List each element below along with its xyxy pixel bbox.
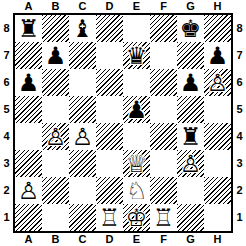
square-e7[interactable]: ♛	[123, 42, 150, 69]
square-b8[interactable]	[42, 15, 69, 42]
file-label-D: D	[96, 233, 123, 246]
square-e6[interactable]	[123, 69, 150, 96]
square-d4[interactable]	[96, 123, 123, 150]
file-label-A: A	[15, 233, 42, 246]
rank-label-3: 3	[233, 150, 246, 177]
rank-label-2: 2	[0, 177, 13, 204]
file-label-H: H	[204, 233, 231, 246]
rank-labels-right: 87654321	[233, 13, 246, 233]
file-label-G: G	[177, 233, 204, 246]
black-pawn[interactable]: ♟	[18, 71, 40, 95]
square-c5[interactable]	[69, 96, 96, 123]
file-labels-top: ABCDEFGH	[15, 0, 246, 13]
rank-label-5: 5	[0, 96, 13, 123]
file-label-A: A	[15, 0, 42, 13]
rank-label-6: 6	[233, 69, 246, 96]
square-g7[interactable]	[177, 42, 204, 69]
white-knight[interactable]: ♘	[126, 179, 148, 203]
square-h3[interactable]	[204, 150, 231, 177]
square-b7[interactable]: ♟	[42, 42, 69, 69]
square-c2[interactable]	[69, 177, 96, 204]
file-label-F: F	[150, 0, 177, 13]
square-f6[interactable]	[150, 69, 177, 96]
square-g1[interactable]	[177, 204, 204, 231]
square-e1[interactable]: ♔	[123, 204, 150, 231]
square-e2[interactable]: ♘	[123, 177, 150, 204]
black-king[interactable]: ♚	[180, 17, 202, 41]
file-label-B: B	[42, 0, 69, 13]
rank-label-1: 1	[233, 204, 246, 231]
square-g5[interactable]	[177, 96, 204, 123]
square-d6[interactable]	[96, 69, 123, 96]
square-d2[interactable]	[96, 177, 123, 204]
white-pawn[interactable]: ♙	[180, 152, 202, 176]
white-pawn[interactable]: ♙	[18, 179, 40, 203]
black-pawn[interactable]: ♟	[126, 98, 148, 122]
square-a2[interactable]: ♙	[15, 177, 42, 204]
rank-label-7: 7	[233, 42, 246, 69]
square-d8[interactable]	[96, 15, 123, 42]
square-g6[interactable]: ♟	[177, 69, 204, 96]
square-d1[interactable]: ♖	[96, 204, 123, 231]
file-label-B: B	[42, 233, 69, 246]
square-a7[interactable]	[15, 42, 42, 69]
file-label-E: E	[123, 0, 150, 13]
rank-label-4: 4	[233, 123, 246, 150]
square-c7[interactable]	[69, 42, 96, 69]
file-label-H: H	[204, 0, 231, 13]
white-pawn[interactable]: ♙	[45, 125, 67, 149]
square-d7[interactable]	[96, 42, 123, 69]
white-king[interactable]: ♔	[126, 206, 148, 230]
white-queen[interactable]: ♕	[126, 152, 148, 176]
square-h1[interactable]	[204, 204, 231, 231]
file-label-G: G	[177, 0, 204, 13]
square-f3[interactable]	[150, 150, 177, 177]
square-b6[interactable]	[42, 69, 69, 96]
rank-label-8: 8	[0, 15, 13, 42]
square-a3[interactable]	[15, 150, 42, 177]
black-pawn[interactable]: ♟	[180, 71, 202, 95]
rank-label-5: 5	[233, 96, 246, 123]
file-labels-bottom: ABCDEFGH	[15, 233, 246, 246]
file-label-C: C	[69, 0, 96, 13]
rank-label-1: 1	[0, 204, 13, 231]
black-pawn[interactable]: ♟	[207, 44, 229, 68]
square-g8[interactable]: ♚	[177, 15, 204, 42]
square-a5[interactable]	[15, 96, 42, 123]
square-h6[interactable]: ♙	[204, 69, 231, 96]
square-h5[interactable]	[204, 96, 231, 123]
square-b1[interactable]	[42, 204, 69, 231]
white-rook[interactable]: ♖	[99, 206, 121, 230]
file-label-F: F	[150, 233, 177, 246]
square-h8[interactable]	[204, 15, 231, 42]
square-h7[interactable]: ♟	[204, 42, 231, 69]
rank-label-6: 6	[0, 69, 13, 96]
square-b5[interactable]	[42, 96, 69, 123]
square-c1[interactable]	[69, 204, 96, 231]
square-b3[interactable]	[42, 150, 69, 177]
square-a1[interactable]	[15, 204, 42, 231]
square-g2[interactable]	[177, 177, 204, 204]
square-a4[interactable]	[15, 123, 42, 150]
square-d5[interactable]	[96, 96, 123, 123]
black-bishop[interactable]: ♝	[72, 17, 94, 41]
white-rook[interactable]: ♖	[153, 206, 175, 230]
rank-label-4: 4	[0, 123, 13, 150]
rank-label-8: 8	[233, 15, 246, 42]
square-a8[interactable]: ♜	[15, 15, 42, 42]
square-e4[interactable]	[123, 123, 150, 150]
square-f7[interactable]	[150, 42, 177, 69]
file-label-E: E	[123, 233, 150, 246]
square-f2[interactable]	[150, 177, 177, 204]
square-b2[interactable]	[42, 177, 69, 204]
square-f8[interactable]	[150, 15, 177, 42]
black-rook[interactable]: ♜	[18, 17, 40, 41]
square-a6[interactable]: ♟	[15, 69, 42, 96]
square-e3[interactable]: ♕	[123, 150, 150, 177]
rank-labels-left: 87654321	[0, 13, 13, 233]
square-c3[interactable]	[69, 150, 96, 177]
square-h2[interactable]	[204, 177, 231, 204]
file-label-C: C	[69, 233, 96, 246]
square-g3[interactable]: ♙	[177, 150, 204, 177]
chess-board[interactable]: ♜♝♚♟♛♟♟♟♙♟♙♙♜♕♙♙♘♖♔♖	[13, 13, 233, 233]
square-h4[interactable]	[204, 123, 231, 150]
square-f4[interactable]	[150, 123, 177, 150]
file-label-D: D	[96, 0, 123, 13]
chess-diagram: ABCDEFGH 87654321 ♜♝♚♟♛♟♟♟♙♟♙♙♜♕♙♙♘♖♔♖ 8…	[0, 0, 246, 246]
square-b4[interactable]: ♙	[42, 123, 69, 150]
square-c4[interactable]: ♙	[69, 123, 96, 150]
white-pawn[interactable]: ♙	[72, 125, 94, 149]
square-e5[interactable]: ♟	[123, 96, 150, 123]
black-pawn[interactable]: ♟	[45, 44, 67, 68]
black-rook[interactable]: ♜	[180, 125, 202, 149]
square-d3[interactable]	[96, 150, 123, 177]
square-c8[interactable]: ♝	[69, 15, 96, 42]
square-f5[interactable]	[150, 96, 177, 123]
square-c6[interactable]	[69, 69, 96, 96]
square-f1[interactable]: ♖	[150, 204, 177, 231]
rank-label-2: 2	[233, 177, 246, 204]
rank-label-3: 3	[0, 150, 13, 177]
rank-label-7: 7	[0, 42, 13, 69]
black-queen[interactable]: ♛	[126, 44, 148, 68]
square-g4[interactable]: ♜	[177, 123, 204, 150]
square-e8[interactable]	[123, 15, 150, 42]
white-pawn[interactable]: ♙	[207, 71, 229, 95]
